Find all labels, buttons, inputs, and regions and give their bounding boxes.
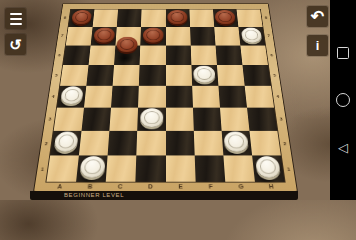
- square-D8[interactable]: [141, 9, 165, 27]
- square-H3[interactable]: [247, 108, 277, 131]
- lifted-piece-shadow: [115, 54, 134, 64]
- square-E1[interactable]: [166, 155, 196, 181]
- red-checker-C6[interactable]: [116, 37, 137, 52]
- file-label-G: G: [226, 183, 257, 192]
- square-A3[interactable]: [54, 108, 84, 131]
- square-F4[interactable]: [192, 86, 220, 108]
- square-F3[interactable]: [193, 108, 222, 131]
- checkers-app-screen: { "game": "checkers", "app": { "status_t…: [0, 0, 356, 200]
- red-checker-B7[interactable]: [93, 28, 114, 43]
- square-H7[interactable]: [238, 27, 265, 46]
- square-A8[interactable]: [68, 9, 94, 27]
- square-G8[interactable]: [213, 9, 239, 27]
- square-A7[interactable]: [66, 27, 93, 46]
- square-B5[interactable]: [86, 65, 114, 86]
- square-E5[interactable]: [166, 65, 192, 86]
- square-E4[interactable]: [166, 86, 193, 108]
- white-checker-B1[interactable]: [79, 156, 105, 177]
- menu-button[interactable]: [5, 8, 26, 29]
- square-E8[interactable]: [166, 9, 190, 27]
- square-H6[interactable]: [240, 46, 268, 66]
- square-H8[interactable]: [236, 9, 262, 27]
- checkers-board: ABCDEFGH 87654321 87654321: [33, 3, 298, 192]
- square-H4[interactable]: [245, 86, 274, 108]
- undo-arrow-icon: ↶: [311, 7, 324, 26]
- board-base: BEGINNER LEVEL: [30, 191, 298, 200]
- file-label-F: F: [196, 183, 227, 192]
- square-H5[interactable]: [242, 65, 271, 86]
- white-checker-H1[interactable]: [255, 156, 282, 177]
- square-G4[interactable]: [218, 86, 247, 108]
- square-A1[interactable]: [46, 155, 79, 181]
- rank-label-6: 6: [266, 45, 277, 65]
- square-A2[interactable]: [50, 131, 81, 156]
- square-D3[interactable]: [138, 108, 166, 131]
- square-C4[interactable]: [111, 86, 139, 108]
- square-C3[interactable]: [110, 108, 139, 131]
- square-B6[interactable]: [89, 46, 116, 66]
- white-checker-D3[interactable]: [140, 108, 163, 127]
- red-checker-E8[interactable]: [168, 10, 188, 24]
- board-grid: [45, 9, 285, 183]
- back-triangle-icon[interactable]: ◁: [338, 141, 348, 154]
- square-E7[interactable]: [166, 27, 191, 46]
- square-C8[interactable]: [117, 9, 142, 27]
- square-B4[interactable]: [84, 86, 113, 108]
- red-checker-G8[interactable]: [215, 10, 236, 24]
- square-G3[interactable]: [220, 108, 250, 131]
- square-D5[interactable]: [139, 65, 165, 86]
- level-status-label: BEGINNER LEVEL: [64, 192, 124, 198]
- white-checker-F5[interactable]: [193, 66, 215, 82]
- square-F5[interactable]: [191, 65, 218, 86]
- file-label-B: B: [74, 183, 105, 192]
- square-F7[interactable]: [190, 27, 216, 46]
- square-C1[interactable]: [106, 155, 137, 181]
- rank-label-3: 3: [275, 108, 288, 131]
- restart-button[interactable]: ↺: [5, 34, 26, 55]
- recents-square-icon[interactable]: [337, 47, 349, 59]
- file-label-C: C: [105, 183, 136, 192]
- square-G2[interactable]: [221, 131, 252, 156]
- file-label-H: H: [256, 183, 287, 192]
- square-D4[interactable]: [138, 86, 165, 108]
- square-B2[interactable]: [79, 131, 110, 156]
- square-D6[interactable]: [140, 46, 166, 66]
- square-D7[interactable]: [141, 27, 166, 46]
- rank-label-8: 8: [261, 9, 272, 27]
- white-checker-A2[interactable]: [53, 132, 79, 152]
- square-A5[interactable]: [60, 65, 89, 86]
- square-C2[interactable]: [108, 131, 138, 156]
- square-G6[interactable]: [215, 46, 242, 66]
- rank-label-7: 7: [263, 27, 274, 46]
- white-checker-A4[interactable]: [60, 87, 84, 104]
- restart-arrow-icon: ↺: [9, 36, 22, 54]
- square-G7[interactable]: [214, 27, 240, 46]
- square-F2[interactable]: [193, 131, 223, 156]
- square-E3[interactable]: [166, 108, 194, 131]
- square-F6[interactable]: [190, 46, 216, 66]
- file-labels: ABCDEFGH: [44, 183, 287, 192]
- square-A6[interactable]: [63, 46, 91, 66]
- square-B3[interactable]: [82, 108, 112, 131]
- square-C5[interactable]: [113, 65, 140, 86]
- android-nav-bar: ◁: [330, 0, 356, 200]
- file-label-E: E: [166, 183, 196, 192]
- square-C6[interactable]: [114, 46, 140, 66]
- home-circle-icon[interactable]: [336, 93, 350, 107]
- square-F1[interactable]: [194, 155, 225, 181]
- square-B8[interactable]: [93, 9, 119, 27]
- square-H2[interactable]: [249, 131, 280, 156]
- hamburger-icon: [10, 11, 22, 26]
- rank-label-4: 4: [272, 86, 284, 108]
- square-E6[interactable]: [166, 46, 192, 66]
- square-G5[interactable]: [217, 65, 245, 86]
- board-scene: ABCDEFGH 87654321 87654321: [33, 3, 298, 192]
- square-D2[interactable]: [137, 131, 166, 156]
- info-icon: i: [316, 38, 320, 53]
- undo-button[interactable]: ↶: [307, 6, 328, 27]
- red-checker-D7[interactable]: [143, 28, 163, 43]
- info-button[interactable]: i: [307, 35, 328, 56]
- square-H1[interactable]: [252, 155, 285, 181]
- rank-label-5: 5: [269, 65, 281, 86]
- file-label-A: A: [44, 183, 75, 192]
- white-checker-G2[interactable]: [224, 132, 249, 152]
- square-A4[interactable]: [57, 86, 86, 108]
- square-F8[interactable]: [189, 9, 214, 27]
- red-checker-A8[interactable]: [71, 10, 92, 24]
- square-B7[interactable]: [91, 27, 117, 46]
- file-label-D: D: [135, 183, 165, 192]
- square-E2[interactable]: [166, 131, 195, 156]
- square-D1[interactable]: [136, 155, 166, 181]
- square-G1[interactable]: [223, 155, 255, 181]
- square-B1[interactable]: [76, 155, 108, 181]
- white-checker-H7[interactable]: [241, 28, 263, 43]
